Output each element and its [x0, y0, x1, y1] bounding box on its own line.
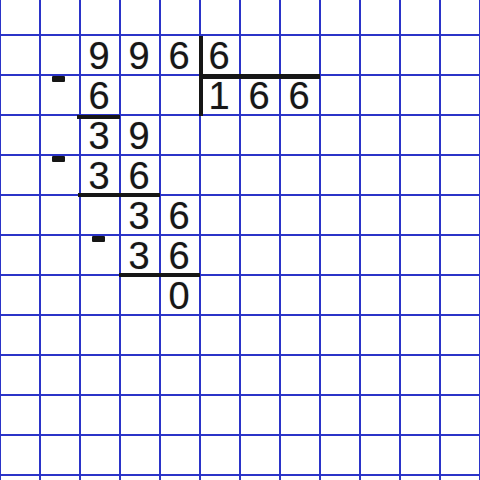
minus-sign	[52, 156, 65, 162]
digit-cell: 6	[199, 36, 239, 76]
digit-cell: 9	[119, 36, 159, 76]
digit-cell: 6	[79, 76, 119, 116]
digit-cell: 1	[199, 76, 239, 116]
digit-cell: 3	[119, 196, 159, 236]
digit-cell: 6	[119, 156, 159, 196]
digit-cell: 6	[239, 76, 279, 116]
digit-cell: 6	[159, 196, 199, 236]
digit-cell: 3	[79, 116, 119, 156]
digit-cell: 0	[159, 276, 199, 316]
digit-cell: 3	[79, 156, 119, 196]
digits-layer: 99666166393636360	[0, 0, 480, 480]
digit-cell: 6	[159, 36, 199, 76]
digit-cell: 3	[119, 236, 159, 276]
digit-cell: 6	[279, 76, 319, 116]
minus-sign	[92, 236, 105, 242]
minus-sign	[52, 76, 65, 82]
digit-cell: 9	[119, 116, 159, 156]
graph-paper-worksheet: 99666166393636360	[0, 0, 480, 480]
digit-cell: 9	[79, 36, 119, 76]
digit-cell: 6	[159, 236, 199, 276]
